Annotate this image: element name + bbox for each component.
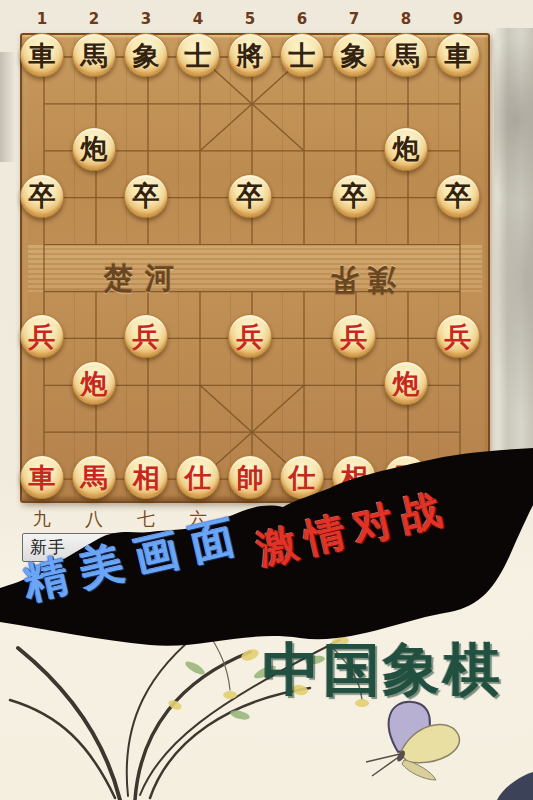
piece-black-卒-f1r4[interactable]: 卒 [20,174,64,218]
piece-black-卒-f9r4[interactable]: 卒 [436,174,480,218]
piece-black-馬-f2r1[interactable]: 馬 [72,33,116,77]
file-number-8: 8 [394,10,418,28]
board-grid [22,35,492,505]
river-text-chu-he: 楚河 [104,259,186,299]
piece-black-炮-f2r3[interactable]: 炮 [72,127,116,171]
butterfly-icon [366,702,459,780]
file-number-7: 7 [342,10,366,28]
piece-red-仕-f4r10[interactable]: 仕 [176,455,220,499]
river-text-han-jie: 漢界 [322,259,396,299]
piece-black-士-f4r1[interactable]: 士 [176,33,220,77]
file-number-2: 2 [82,10,106,28]
piece-black-卒-f7r4[interactable]: 卒 [332,174,376,218]
file-number-3: 3 [134,10,158,28]
file-numeral-9: 九 [29,507,55,531]
piece-black-卒-f5r4[interactable]: 卒 [228,174,272,218]
corner-shape [497,772,533,800]
piece-black-士-f6r1[interactable]: 士 [280,33,324,77]
piece-black-車-f1r1[interactable]: 車 [20,33,64,77]
game-screen: 楚河 漢界 123456789 九八七六五四三二一 車馬象士將士象馬車炮炮卒卒卒… [0,0,533,800]
file-number-1: 1 [30,10,54,28]
piece-black-馬-f8r1[interactable]: 馬 [384,33,428,77]
piece-black-象-f3r1[interactable]: 象 [124,33,168,77]
piece-black-象-f7r1[interactable]: 象 [332,33,376,77]
file-number-9: 9 [446,10,470,28]
piece-black-炮-f8r3[interactable]: 炮 [384,127,428,171]
piece-red-相-f3r10[interactable]: 相 [124,455,168,499]
watercolor-wash-right [494,28,533,486]
file-number-5: 5 [238,10,262,28]
piece-red-仕-f6r10[interactable]: 仕 [280,455,324,499]
piece-black-卒-f3r4[interactable]: 卒 [124,174,168,218]
piece-black-車-f9r1[interactable]: 車 [436,33,480,77]
xiangqi-board[interactable]: 楚河 漢界 [20,33,490,503]
file-number-4: 4 [186,10,210,28]
file-numeral-8: 八 [81,507,107,531]
piece-black-將-f5r1[interactable]: 將 [228,33,272,77]
piece-red-車-f1r10[interactable]: 車 [20,455,64,499]
file-number-6: 6 [290,10,314,28]
app-title: 中国象棋 [263,632,503,709]
piece-red-帥-f5r10[interactable]: 帥 [228,455,272,499]
piece-red-炮-f2r8[interactable]: 炮 [72,361,116,405]
watercolor-wash-left [0,52,16,162]
piece-red-相-f7r10[interactable]: 相 [332,455,376,499]
piece-red-炮-f8r8[interactable]: 炮 [384,361,428,405]
piece-red-馬-f2r10[interactable]: 馬 [72,455,116,499]
